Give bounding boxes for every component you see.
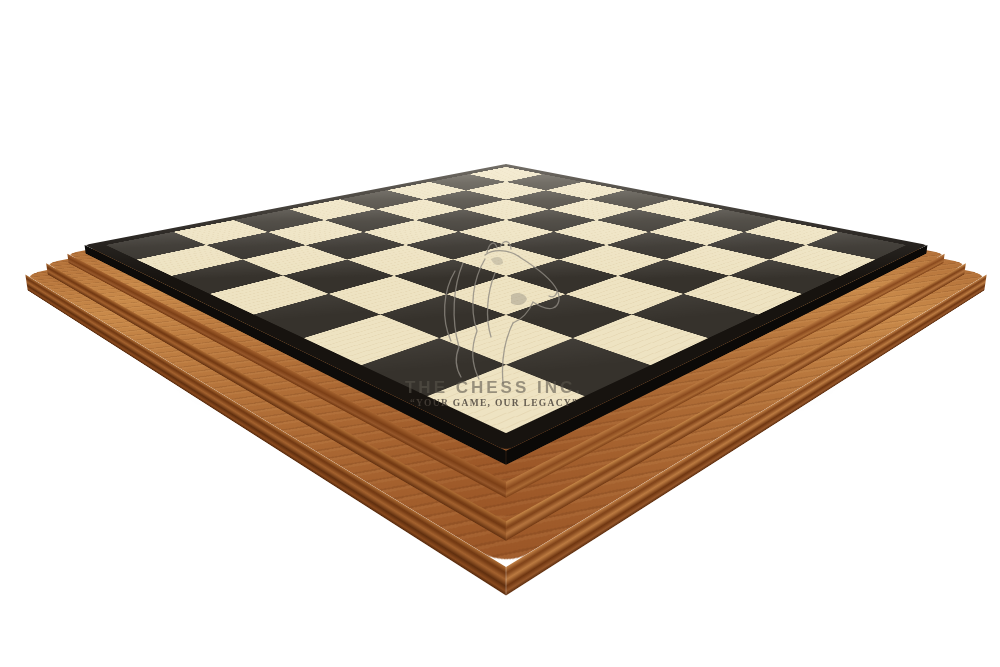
board-3d-scene bbox=[0, 0, 1000, 667]
chessboard-product-photo: THE CHESS INC. “YOUR GAME, OUR LEGACY” bbox=[0, 0, 1000, 667]
